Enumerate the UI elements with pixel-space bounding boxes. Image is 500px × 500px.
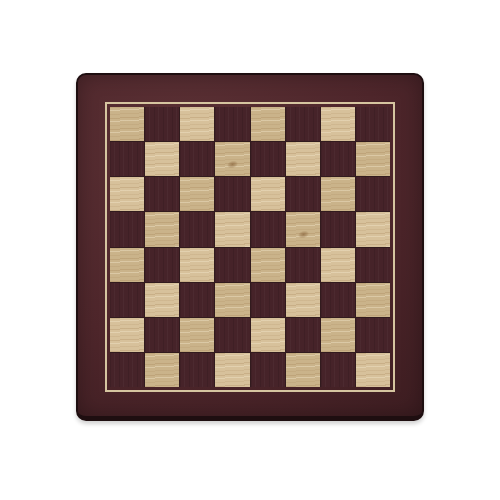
page-background <box>0 0 500 500</box>
square-a6[interactable] <box>110 177 144 211</box>
square-c5[interactable] <box>180 212 214 246</box>
square-f3[interactable] <box>286 283 320 317</box>
square-d2[interactable] <box>215 318 249 352</box>
square-h8[interactable] <box>356 107 390 141</box>
board-grid <box>110 107 390 387</box>
square-c3[interactable] <box>180 283 214 317</box>
square-d5[interactable] <box>215 212 249 246</box>
square-g3[interactable] <box>321 283 355 317</box>
square-g6[interactable] <box>321 177 355 211</box>
square-f5[interactable] <box>286 212 320 246</box>
square-h3[interactable] <box>356 283 390 317</box>
square-h7[interactable] <box>356 142 390 176</box>
square-h2[interactable] <box>356 318 390 352</box>
square-f2[interactable] <box>286 318 320 352</box>
square-a1[interactable] <box>110 353 144 387</box>
square-c7[interactable] <box>180 142 214 176</box>
square-b3[interactable] <box>145 283 179 317</box>
square-e7[interactable] <box>251 142 285 176</box>
square-d3[interactable] <box>215 283 249 317</box>
square-e1[interactable] <box>251 353 285 387</box>
square-g4[interactable] <box>321 248 355 282</box>
square-b8[interactable] <box>145 107 179 141</box>
square-f7[interactable] <box>286 142 320 176</box>
square-b6[interactable] <box>145 177 179 211</box>
chess-board <box>76 73 424 421</box>
square-a8[interactable] <box>110 107 144 141</box>
square-a4[interactable] <box>110 248 144 282</box>
square-e6[interactable] <box>251 177 285 211</box>
square-h4[interactable] <box>356 248 390 282</box>
square-c4[interactable] <box>180 248 214 282</box>
square-f1[interactable] <box>286 353 320 387</box>
square-g1[interactable] <box>321 353 355 387</box>
square-b5[interactable] <box>145 212 179 246</box>
square-c2[interactable] <box>180 318 214 352</box>
square-e2[interactable] <box>251 318 285 352</box>
square-a7[interactable] <box>110 142 144 176</box>
square-e4[interactable] <box>251 248 285 282</box>
square-a5[interactable] <box>110 212 144 246</box>
square-h6[interactable] <box>356 177 390 211</box>
square-h1[interactable] <box>356 353 390 387</box>
square-d4[interactable] <box>215 248 249 282</box>
square-b2[interactable] <box>145 318 179 352</box>
square-c6[interactable] <box>180 177 214 211</box>
square-f8[interactable] <box>286 107 320 141</box>
square-b4[interactable] <box>145 248 179 282</box>
square-a3[interactable] <box>110 283 144 317</box>
board-frame <box>105 102 395 392</box>
square-g7[interactable] <box>321 142 355 176</box>
square-e8[interactable] <box>251 107 285 141</box>
square-g8[interactable] <box>321 107 355 141</box>
square-d1[interactable] <box>215 353 249 387</box>
square-h5[interactable] <box>356 212 390 246</box>
square-d8[interactable] <box>215 107 249 141</box>
square-b7[interactable] <box>145 142 179 176</box>
square-d7[interactable] <box>215 142 249 176</box>
square-c1[interactable] <box>180 353 214 387</box>
square-f4[interactable] <box>286 248 320 282</box>
square-g5[interactable] <box>321 212 355 246</box>
square-b1[interactable] <box>145 353 179 387</box>
square-g2[interactable] <box>321 318 355 352</box>
square-d6[interactable] <box>215 177 249 211</box>
square-e3[interactable] <box>251 283 285 317</box>
square-e5[interactable] <box>251 212 285 246</box>
square-a2[interactable] <box>110 318 144 352</box>
square-f6[interactable] <box>286 177 320 211</box>
square-c8[interactable] <box>180 107 214 141</box>
